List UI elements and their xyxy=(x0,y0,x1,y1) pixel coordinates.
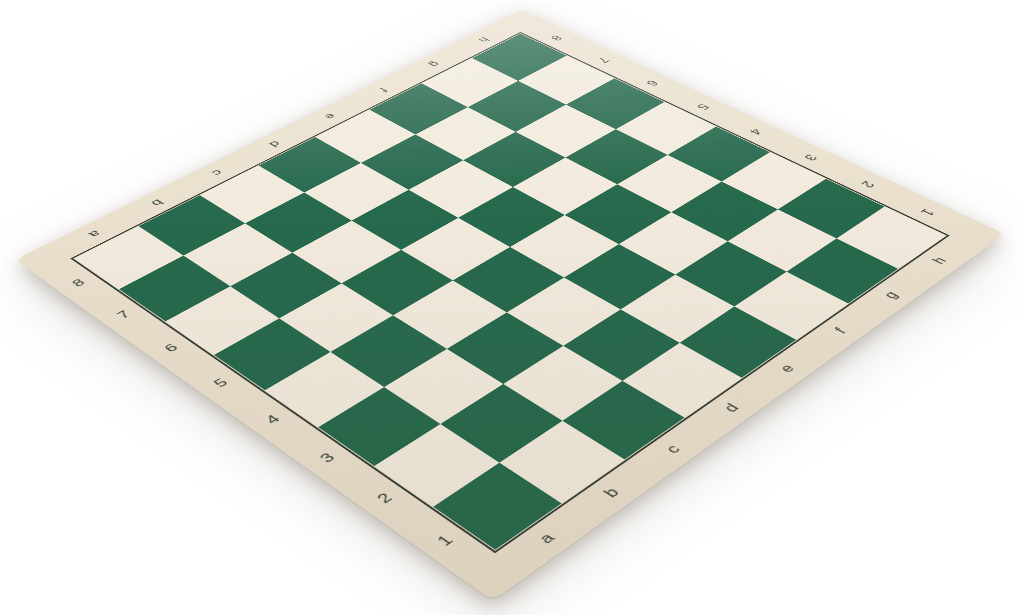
product-photo-scene: aabbccddeeffgghh8877665544332211 xyxy=(0,0,1024,615)
board-shadow: aabbccddeeffgghh8877665544332211 xyxy=(0,0,1024,615)
board-squares-grid xyxy=(75,34,946,550)
vinyl-chess-board: aabbccddeeffgghh8877665544332211 xyxy=(15,9,1005,601)
